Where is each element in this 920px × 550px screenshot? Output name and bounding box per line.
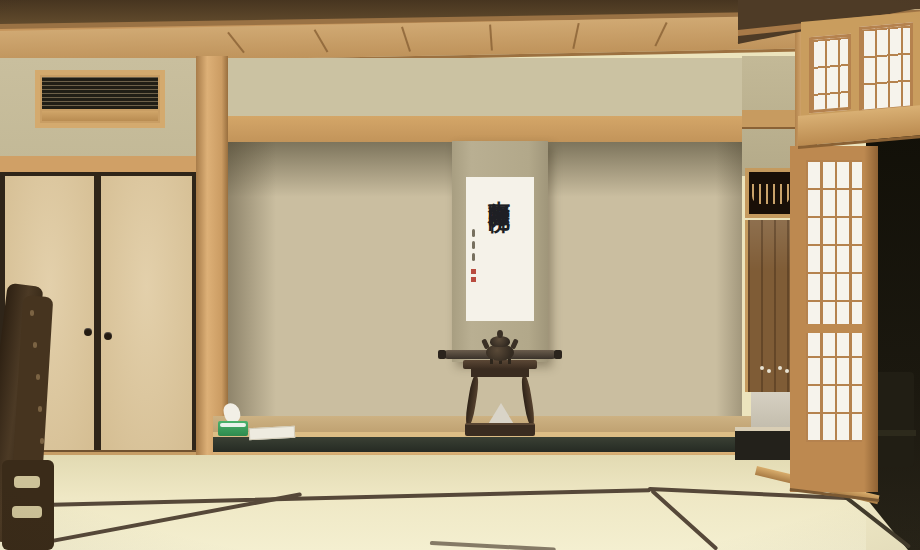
air-vent-panel [42, 111, 158, 121]
cove-seam [572, 23, 579, 49]
cabinet-hardware-dot [785, 369, 789, 373]
shoji-door-panes [806, 160, 862, 442]
air-vent-louvers [42, 77, 158, 109]
cove-seam [654, 22, 667, 46]
cove-seam [227, 32, 245, 53]
fusuma-pull-left [84, 328, 92, 336]
scroll-calligraphy: 南無阿弥陀佛 [489, 183, 511, 195]
wall-above-alcove [228, 58, 742, 120]
doorway-shelf-silhouette [872, 430, 916, 436]
incense-burner-finial [497, 330, 503, 338]
right-wall-beam [742, 110, 800, 129]
cove-seam [489, 25, 493, 51]
cove-seam [314, 29, 329, 52]
stand-apron [471, 369, 529, 377]
shoji-door-mid-rail [806, 324, 862, 333]
paper-packet [249, 426, 296, 440]
cabinet-hardware-dot [778, 366, 782, 370]
scroll-roller-knob-right [554, 350, 562, 359]
table-edge-highlight [30, 310, 34, 316]
tatami-room-photo: 南無阿弥陀佛 [0, 0, 920, 550]
signature-inscription [472, 229, 475, 237]
table-leg-gap [14, 476, 40, 488]
table-edge-highlight [40, 438, 44, 444]
shoji-door-right-stile [864, 146, 878, 492]
hanging-scroll: 南無阿弥陀佛 [452, 141, 548, 362]
platform-front-rail [213, 437, 775, 453]
transom-shoji-window-left [809, 34, 851, 114]
fusuma-pull-right [104, 332, 112, 340]
ranma-openwork [752, 184, 790, 204]
folded-table-legs [2, 460, 54, 550]
cabinet-hardware-dot [760, 366, 764, 370]
cabinet-hardware-dot [767, 369, 771, 373]
fusuma-door-right [101, 176, 192, 452]
tissue-box [218, 421, 248, 436]
table-edge-highlight [33, 342, 37, 348]
signature-inscription [472, 253, 475, 261]
table-edge-highlight [36, 374, 40, 380]
seal-stamp [471, 269, 476, 274]
cabinet-step [735, 427, 793, 460]
scroll-roller-knob-left [438, 350, 446, 359]
stand-base [465, 423, 535, 436]
table-leg-gap [12, 506, 42, 518]
transom-shoji-window-right [859, 22, 913, 113]
burner-leg [508, 359, 511, 364]
cove-seam [401, 27, 411, 52]
alcove-corner-shadow [716, 142, 742, 418]
table-edge-highlight [38, 406, 42, 412]
signature-inscription [472, 241, 475, 249]
doorway-furniture-silhouette [874, 372, 914, 467]
air-vent [35, 70, 165, 128]
scroll-paper: 南無阿弥陀佛 [466, 177, 534, 321]
seal-stamp [471, 277, 476, 282]
alcove-pillar [196, 56, 228, 464]
stacked-folding-tables [0, 280, 64, 550]
